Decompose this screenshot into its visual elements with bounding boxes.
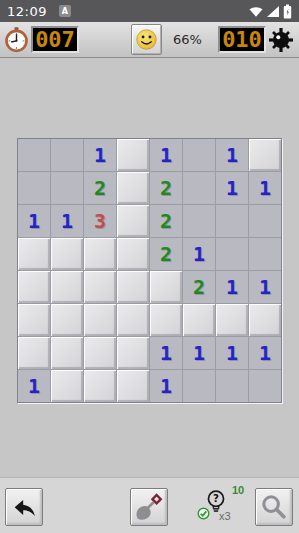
- cell-r0c0[interactable]: [18, 139, 50, 171]
- cell-r0c2[interactable]: 1: [84, 139, 116, 171]
- game-header: 007 66% 010: [0, 22, 299, 58]
- clock-time: 12:09: [7, 4, 47, 19]
- shovel-icon: [134, 492, 164, 522]
- cell-r5c6[interactable]: [216, 304, 248, 336]
- cell-r7c7[interactable]: [249, 370, 281, 402]
- zoom-button[interactable]: [255, 488, 293, 526]
- cell-r6c5[interactable]: 1: [183, 337, 215, 369]
- cell-r3c2[interactable]: [84, 238, 116, 270]
- cell-r2c0[interactable]: 1: [18, 205, 50, 237]
- cell-r0c1[interactable]: [51, 139, 83, 171]
- cell-r4c4[interactable]: [150, 271, 182, 303]
- cell-r0c5[interactable]: [183, 139, 215, 171]
- cell-r7c3[interactable]: [117, 370, 149, 402]
- cell-r6c3[interactable]: [117, 337, 149, 369]
- cell-r4c2[interactable]: [84, 271, 116, 303]
- cell-r2c2[interactable]: 3: [84, 205, 116, 237]
- cell-r5c7[interactable]: [249, 304, 281, 336]
- smiley-face-button[interactable]: [131, 24, 162, 55]
- cell-r4c3[interactable]: [117, 271, 149, 303]
- smiley-happy-icon: [135, 28, 158, 51]
- undo-arrow-icon: [9, 492, 39, 522]
- hint-count: 10: [232, 484, 244, 496]
- cell-r6c2[interactable]: [84, 337, 116, 369]
- cell-r3c4[interactable]: 2: [150, 238, 182, 270]
- hint-button[interactable]: ? 10 x3: [196, 482, 254, 530]
- cell-r7c0[interactable]: 1: [18, 370, 50, 402]
- cell-r2c6[interactable]: [216, 205, 248, 237]
- cell-r3c6[interactable]: [216, 238, 248, 270]
- mine-icon: [268, 27, 294, 53]
- cell-r3c5[interactable]: 1: [183, 238, 215, 270]
- cell-r3c3[interactable]: [117, 238, 149, 270]
- cell-r7c2[interactable]: [84, 370, 116, 402]
- notification-app-icon: A: [59, 5, 71, 17]
- cell-r0c3[interactable]: [117, 139, 149, 171]
- mine-counter-display: 010: [218, 26, 266, 53]
- svg-text:?: ?: [213, 493, 219, 504]
- cell-r4c1[interactable]: [51, 271, 83, 303]
- shovel-button[interactable]: [130, 488, 168, 526]
- progress-percent: 66%: [173, 32, 202, 47]
- cellular-signal-icon: [267, 6, 279, 17]
- cell-r4c5[interactable]: 2: [183, 271, 215, 303]
- undo-button[interactable]: [5, 488, 43, 526]
- cell-r6c0[interactable]: [18, 337, 50, 369]
- alarm-clock-icon: [4, 26, 29, 54]
- cell-r1c7[interactable]: 1: [249, 172, 281, 204]
- cell-r1c3[interactable]: [117, 172, 149, 204]
- cell-r3c1[interactable]: [51, 238, 83, 270]
- cell-r6c7[interactable]: 1: [249, 337, 281, 369]
- check-circle-icon: [197, 507, 210, 520]
- minesweeper-app: 12:09 A 007: [0, 0, 299, 533]
- cell-r1c0[interactable]: [18, 172, 50, 204]
- cell-r4c6[interactable]: 1: [216, 271, 248, 303]
- cell-r0c6[interactable]: 1: [216, 139, 248, 171]
- cell-r0c4[interactable]: 1: [150, 139, 182, 171]
- cell-r7c6[interactable]: [216, 370, 248, 402]
- cell-r7c4[interactable]: 1: [150, 370, 182, 402]
- cell-r0c7[interactable]: [249, 139, 281, 171]
- cell-r5c5[interactable]: [183, 304, 215, 336]
- timer-group: 007: [4, 22, 79, 57]
- bottom-toolbar: ? 10 x3: [0, 477, 299, 533]
- cell-r2c7[interactable]: [249, 205, 281, 237]
- cell-r5c4[interactable]: [150, 304, 182, 336]
- wifi-icon: [249, 6, 263, 17]
- cell-r1c2[interactable]: 2: [84, 172, 116, 204]
- cell-r4c0[interactable]: [18, 271, 50, 303]
- cell-r6c1[interactable]: [51, 337, 83, 369]
- cell-r7c5[interactable]: [183, 370, 215, 402]
- cell-r5c1[interactable]: [51, 304, 83, 336]
- status-icons: [249, 4, 292, 19]
- cell-r6c4[interactable]: 1: [150, 337, 182, 369]
- magnifier-icon: [259, 492, 289, 522]
- status-bar: 12:09 A: [0, 0, 299, 22]
- cell-r7c1[interactable]: [51, 370, 83, 402]
- cell-r2c1[interactable]: 1: [51, 205, 83, 237]
- mine-counter-group: 010: [218, 22, 294, 57]
- cell-r1c1[interactable]: [51, 172, 83, 204]
- cell-r5c3[interactable]: [117, 304, 149, 336]
- hint-multiplier: x3: [219, 510, 231, 522]
- timer-display: 007: [31, 26, 79, 53]
- cell-r1c4[interactable]: 2: [150, 172, 182, 204]
- cell-r5c0[interactable]: [18, 304, 50, 336]
- cell-r1c6[interactable]: 1: [216, 172, 248, 204]
- cell-r3c0[interactable]: [18, 238, 50, 270]
- cell-r2c3[interactable]: [117, 205, 149, 237]
- cell-r5c2[interactable]: [84, 304, 116, 336]
- cell-r1c5[interactable]: [183, 172, 215, 204]
- cell-r6c6[interactable]: 1: [216, 337, 248, 369]
- battery-icon: [283, 4, 292, 19]
- face-group: 66%: [131, 22, 202, 57]
- cell-r2c5[interactable]: [183, 205, 215, 237]
- cell-r4c7[interactable]: 1: [249, 271, 281, 303]
- board: 1112211113221211111111: [17, 138, 282, 403]
- cell-r3c7[interactable]: [249, 238, 281, 270]
- cell-r2c4[interactable]: 2: [150, 205, 182, 237]
